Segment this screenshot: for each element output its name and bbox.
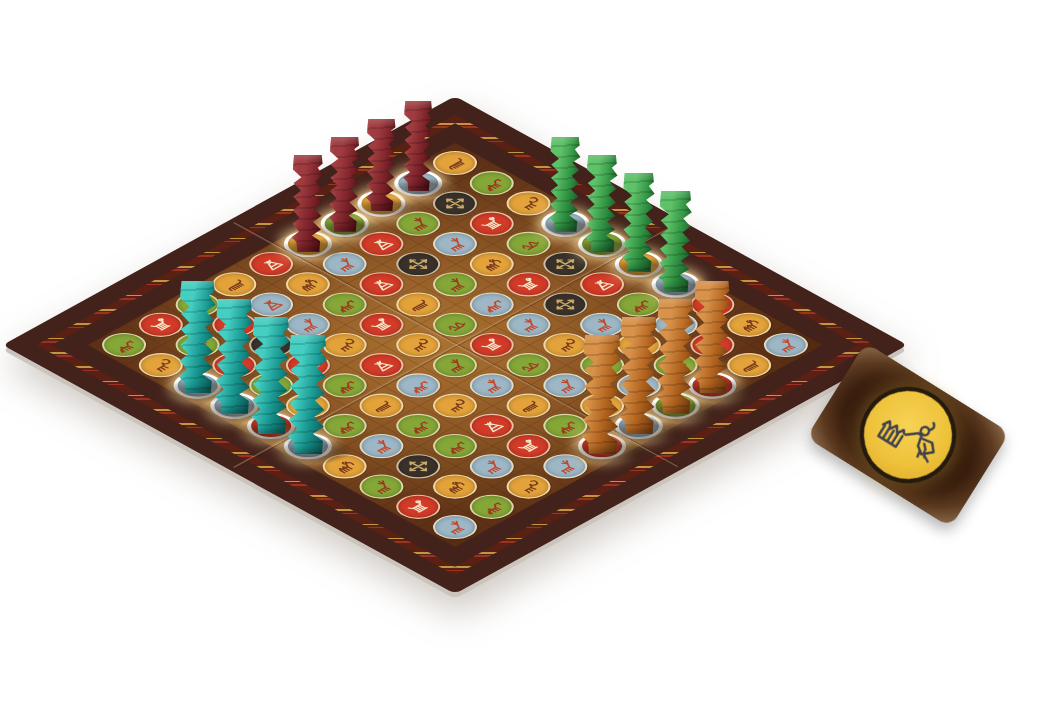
arrows-icon: [397, 252, 439, 275]
script-icon: [509, 233, 547, 254]
bird-icon: [362, 314, 400, 335]
deer-icon: [767, 334, 805, 355]
horse-icon: [105, 334, 143, 355]
deer-icon: [473, 456, 511, 477]
script-icon: [509, 355, 547, 376]
bird-icon: [473, 213, 511, 234]
teepee-icon: [473, 415, 511, 436]
goat-icon: [326, 334, 364, 355]
horse-icon: [620, 294, 658, 315]
thunderbird-icon: [861, 391, 956, 478]
scene: [0, 0, 1064, 709]
deer-icon: [583, 314, 621, 335]
arrows-icon: [397, 455, 439, 478]
goat-icon: [436, 395, 474, 416]
deer-icon: [436, 233, 474, 254]
arrows-icon: [544, 293, 586, 316]
deer-icon: [399, 213, 437, 234]
bug-icon: [215, 274, 253, 295]
hunter-icon: [289, 274, 327, 295]
script-icon: [436, 314, 474, 335]
hunter-icon: [730, 314, 768, 335]
hunter-icon: [436, 476, 474, 497]
deer-icon: [362, 476, 400, 497]
card-symbol-disc: [842, 369, 974, 501]
bug-icon: [436, 152, 474, 173]
goat-icon: [546, 334, 584, 355]
deer-icon: [473, 375, 511, 396]
goat-icon: [509, 476, 547, 497]
deer-icon: [289, 314, 327, 335]
horse-icon: [326, 415, 364, 436]
bug-icon: [509, 395, 547, 416]
bug-icon: [399, 294, 437, 315]
horse-icon: [546, 415, 584, 436]
deer-icon: [362, 436, 400, 457]
goat-icon: [399, 334, 437, 355]
teepee-icon: [583, 274, 621, 295]
bird-icon: [399, 496, 437, 517]
bird-icon: [509, 274, 547, 295]
horse-icon: [326, 294, 364, 315]
teepee-icon: [252, 294, 290, 315]
teepee-icon: [362, 274, 400, 295]
bird-icon: [142, 314, 180, 335]
teepee-icon: [252, 254, 290, 275]
horse-icon: [399, 375, 437, 396]
bug-icon: [730, 355, 768, 376]
goat-icon: [509, 193, 547, 214]
deer-icon: [436, 517, 474, 538]
teepee-icon: [362, 355, 400, 376]
deer-icon: [436, 274, 474, 295]
bird-icon: [509, 436, 547, 457]
bird-icon: [473, 334, 511, 355]
arrows-icon: [544, 252, 586, 275]
horse-icon: [436, 436, 474, 457]
bug-icon: [362, 395, 400, 416]
horse-icon: [399, 415, 437, 436]
goat-icon: [142, 355, 180, 376]
horse-icon: [473, 173, 511, 194]
deer-icon: [509, 314, 547, 335]
horse-icon: [326, 375, 364, 396]
hunter-icon: [473, 254, 511, 275]
horse-icon: [473, 294, 511, 315]
horse-icon: [473, 496, 511, 517]
deer-icon: [546, 375, 584, 396]
deer-icon: [436, 355, 474, 376]
board-surface: [2, 96, 907, 594]
